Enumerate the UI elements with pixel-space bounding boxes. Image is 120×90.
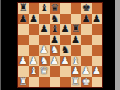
black-bishop-c8: ♝	[40, 3, 49, 14]
square-e7[interactable]	[60, 14, 71, 25]
square-d1[interactable]	[50, 77, 61, 88]
square-g8[interactable]: ♚	[81, 3, 92, 14]
square-h3[interactable]	[92, 56, 103, 67]
square-d7[interactable]: ♞	[50, 14, 61, 25]
square-h8[interactable]	[92, 3, 103, 14]
black-pawn-c6: ♟	[40, 24, 49, 35]
black-pawn-h7: ♟	[92, 14, 101, 25]
square-d3[interactable]: ♟	[50, 56, 61, 67]
black-knight-e4: ♞	[61, 45, 70, 56]
black-pawn-a7: ♟	[19, 14, 28, 25]
square-d4[interactable]: ♞	[50, 45, 61, 56]
video-frame: { "game": "chess", "position": { "fen": …	[0, 0, 120, 90]
black-pawn-f5: ♟	[71, 35, 80, 46]
square-c6[interactable]: ♟	[39, 24, 50, 35]
square-g4[interactable]	[81, 45, 92, 56]
square-h5[interactable]	[92, 35, 103, 46]
white-rook-f1: ♜	[71, 77, 80, 88]
white-bishop-f3: ♝	[71, 56, 80, 67]
white-pawn-h2: ♟	[92, 66, 101, 77]
square-g5[interactable]	[81, 35, 92, 46]
white-queen-c2: ♛	[40, 66, 49, 77]
square-g2[interactable]: ♟	[81, 66, 92, 77]
square-h4[interactable]	[92, 45, 103, 56]
square-a2[interactable]	[18, 66, 29, 77]
white-pawn-g2: ♟	[82, 66, 91, 77]
square-e8[interactable]	[60, 3, 71, 14]
square-b5[interactable]	[29, 35, 40, 46]
white-pawn-e3: ♟	[61, 56, 70, 67]
square-b3[interactable]: ♟	[29, 56, 40, 67]
black-bishop-d6: ♝	[50, 24, 59, 35]
square-f7[interactable]	[71, 14, 82, 25]
white-pawn-f2: ♟	[71, 66, 80, 77]
white-pawn-c4: ♟	[40, 45, 49, 56]
square-e2[interactable]	[60, 66, 71, 77]
square-g3[interactable]	[81, 56, 92, 67]
square-c3[interactable]: ♞	[39, 56, 50, 67]
white-knight-c3: ♞	[40, 56, 49, 67]
white-pawn-a3: ♟	[19, 56, 28, 67]
square-h2[interactable]: ♟	[92, 66, 103, 77]
square-a8[interactable]: ♜	[18, 3, 29, 14]
square-h7[interactable]: ♟	[92, 14, 103, 25]
white-bishop-b2: ♝	[29, 66, 38, 77]
square-b4[interactable]	[29, 45, 40, 56]
square-a4[interactable]	[18, 45, 29, 56]
square-f3[interactable]: ♝	[71, 56, 82, 67]
square-b7[interactable]: ♟	[29, 14, 40, 25]
square-d5[interactable]: ♟	[50, 35, 61, 46]
square-a3[interactable]: ♟	[18, 56, 29, 67]
black-pawn-d5: ♟	[50, 35, 59, 46]
square-c8[interactable]: ♝	[39, 3, 50, 14]
white-king-g1: ♚	[82, 77, 91, 88]
square-h6[interactable]	[92, 24, 103, 35]
left-edge-line	[0, 0, 1, 90]
square-f2[interactable]: ♟	[71, 66, 82, 77]
square-a1[interactable]: ♜	[18, 77, 29, 88]
square-g1[interactable]: ♚	[81, 77, 92, 88]
square-g7[interactable]: ♟	[81, 14, 92, 25]
square-c2[interactable]: ♛	[39, 66, 50, 77]
square-f1[interactable]: ♜	[71, 77, 82, 88]
black-pawn-e6: ♟	[61, 24, 70, 35]
square-f8[interactable]	[71, 3, 82, 14]
square-f6[interactable]: ♜	[71, 24, 82, 35]
square-f4[interactable]	[71, 45, 82, 56]
square-d8[interactable]: ♛	[50, 3, 61, 14]
black-king-g8: ♚	[82, 3, 91, 14]
right-edge-strip	[115, 0, 120, 90]
square-g6[interactable]	[81, 24, 92, 35]
square-d6[interactable]: ♝	[50, 24, 61, 35]
black-rook-f6: ♜	[71, 24, 80, 35]
black-queen-d8: ♛	[50, 3, 59, 14]
square-e3[interactable]: ♟	[60, 56, 71, 67]
square-e5[interactable]	[60, 35, 71, 46]
square-e6[interactable]: ♟	[60, 24, 71, 35]
white-rook-a1: ♜	[19, 77, 28, 88]
black-pawn-g7: ♟	[82, 14, 91, 25]
chess-board: ♜♝♛♚♟♟♞♟♟♟♝♟♜♟♟♟♞♞♟♟♞♟♟♝♝♛♟♟♟♜♜♚	[17, 2, 103, 88]
square-c4[interactable]: ♟	[39, 45, 50, 56]
square-h1[interactable]	[92, 77, 103, 88]
square-a7[interactable]: ♟	[18, 14, 29, 25]
square-d2[interactable]	[50, 66, 61, 77]
square-e1[interactable]	[60, 77, 71, 88]
square-c7[interactable]	[39, 14, 50, 25]
black-knight-d7: ♞	[50, 14, 59, 25]
black-rook-a8: ♜	[19, 3, 28, 14]
square-f5[interactable]: ♟	[71, 35, 82, 46]
square-a5[interactable]	[18, 35, 29, 46]
square-b1[interactable]	[29, 77, 40, 88]
white-pawn-b3: ♟	[29, 56, 38, 67]
black-pawn-b7: ♟	[29, 14, 38, 25]
square-c1[interactable]	[39, 77, 50, 88]
white-pawn-d3: ♟	[50, 56, 59, 67]
square-e4[interactable]: ♞	[60, 45, 71, 56]
square-b6[interactable]	[29, 24, 40, 35]
square-b2[interactable]: ♝	[29, 66, 40, 77]
square-c5[interactable]	[39, 35, 50, 46]
square-b8[interactable]	[29, 3, 40, 14]
white-knight-d4: ♞	[50, 45, 59, 56]
square-a6[interactable]	[18, 24, 29, 35]
